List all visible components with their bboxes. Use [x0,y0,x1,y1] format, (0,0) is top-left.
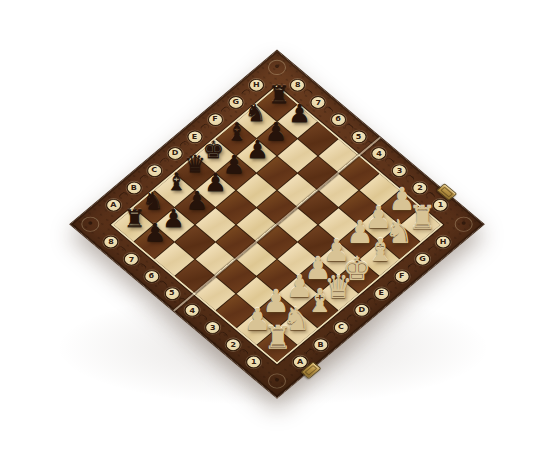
coordinate-label: C [151,167,157,175]
coordinate-label: H [253,81,260,89]
black-bishop-c8: ♝ [166,170,188,194]
black-pawn-a7: ♟ [144,220,167,245]
coordinate-label-circle: F [391,267,412,285]
coordinate-label-circle: 4 [182,301,203,319]
coordinate-label-circle: 3 [389,162,410,180]
black-pawn-f7: ♟ [246,137,269,162]
coordinate-label: 4 [190,306,196,314]
black-bishop-f8: ♝ [226,120,248,144]
corner-ornament [264,57,289,78]
coordinate-label: 2 [418,184,424,192]
coordinate-label-circle: C [330,319,351,337]
black-pawn-c7: ♟ [186,188,209,213]
coordinate-label-circle: G [225,93,246,111]
coordinate-label: B [317,341,323,349]
coordinate-label: 5 [356,133,362,141]
coordinate-label-circle: F [205,110,226,128]
coordinate-label: 8 [295,81,301,89]
coordinate-label-circle: 8 [101,233,122,251]
coordinate-label: G [419,255,426,263]
coordinate-label-circle: A [103,196,124,214]
coordinate-label: 6 [149,272,155,280]
coordinate-label: E [379,289,384,297]
corner-ornament [264,370,289,391]
coordinate-label: A [297,358,303,366]
coordinate-label: A [110,201,116,209]
coordinate-label-circle: 4 [369,145,390,163]
coordinate-label: 6 [336,115,342,123]
coordinate-label: D [358,306,365,314]
coordinate-label-circle: 6 [141,267,162,285]
coordinate-label: G [232,98,239,106]
coordinate-label-circle: 7 [121,250,142,268]
coordinate-label-circle: 3 [203,319,224,337]
coordinate-label: 7 [315,98,321,106]
black-pawn-h7: ♟ [288,101,311,126]
corner-ornament [78,213,103,234]
coordinate-label: 4 [377,150,383,158]
coordinate-label: 1 [251,358,257,366]
coordinate-label-circle: D [164,145,185,163]
coordinate-label: 3 [397,167,403,175]
white-rook-a1: ♜ [264,323,292,355]
coordinate-label-circle: 5 [348,127,369,145]
coordinate-label: 1 [438,201,444,209]
coordinate-label: F [213,115,218,123]
coordinate-label-circle: 8 [287,76,308,94]
black-rook-a8: ♜ [124,207,146,231]
coordinate-label: B [131,184,137,192]
coordinate-label-circle: 6 [328,110,349,128]
coordinate-label-circle: E [371,284,392,302]
coordinate-label-circle: 1 [243,353,264,371]
coordinate-label: 5 [170,289,176,297]
coordinate-label-circle: G [412,250,433,268]
coordinate-label-circle: 2 [223,336,244,354]
coordinate-label: F [399,272,404,280]
corner-ornament [451,213,476,234]
coordinate-label: 7 [129,255,135,263]
coordinate-label-circle: 5 [162,284,183,302]
coordinate-label-circle: H [246,76,267,94]
chess-set-photo: 87654321 87654321 HGFEDCBA HGFEDCBA ♜♟♟♜… [0,0,550,450]
coordinate-label: 8 [108,238,114,246]
coordinate-label: C [338,324,344,332]
black-rook-h8: ♜ [268,83,290,107]
coordinate-label: D [171,150,178,158]
coordinate-label: H [440,238,447,246]
square-a1: ♜ [257,329,297,362]
coordinate-label: E [192,133,197,141]
coordinate-label: 3 [210,324,216,332]
coordinate-label-circle: D [351,301,372,319]
coordinate-label-circle: B [310,336,331,354]
coordinate-label-circle: C [143,162,164,180]
coordinate-label-circle: B [123,179,144,197]
coordinate-label: 2 [231,341,237,349]
